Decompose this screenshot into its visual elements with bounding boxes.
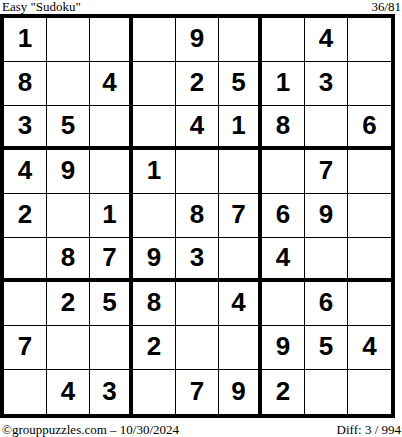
cell-r6c2[interactable]: 8	[47, 238, 90, 282]
cell-r6c7[interactable]: 4	[262, 238, 305, 282]
given-digit: 5	[231, 67, 245, 98]
cell-r6c6[interactable]	[219, 238, 262, 282]
cell-r4c2[interactable]: 9	[47, 150, 90, 194]
cell-r9c5[interactable]: 7	[176, 370, 219, 414]
given-digit: 7	[102, 242, 116, 273]
cell-r5c3[interactable]: 1	[90, 194, 133, 238]
cell-r5c4[interactable]	[133, 194, 176, 238]
cell-r2c6[interactable]: 5	[219, 62, 262, 106]
cell-r2c8[interactable]: 3	[305, 62, 348, 106]
cell-r6c8[interactable]	[305, 238, 348, 282]
given-digit: 3	[319, 67, 333, 98]
cell-r9c6[interactable]: 9	[219, 370, 262, 414]
cell-r9c3[interactable]: 3	[90, 370, 133, 414]
cell-r8c4[interactable]: 2	[133, 326, 176, 370]
cell-r9c2[interactable]: 4	[47, 370, 90, 414]
cell-r2c9[interactable]	[348, 62, 391, 106]
given-digit: 5	[102, 287, 116, 318]
difficulty-label: Diff: 3 / 994	[337, 422, 401, 437]
header: Easy "Sudoku" 36/81	[0, 0, 402, 14]
given-digit: 6	[362, 110, 376, 141]
cell-r8c7[interactable]: 9	[262, 326, 305, 370]
given-digit: 4	[362, 331, 376, 362]
cell-r1c9[interactable]	[348, 18, 391, 62]
given-digit: 7	[231, 199, 245, 230]
cell-r7c3[interactable]: 5	[90, 282, 133, 326]
given-digit: 8	[276, 110, 290, 141]
cell-r1c2[interactable]	[47, 18, 90, 62]
cell-r7c6[interactable]: 4	[219, 282, 262, 326]
cell-r2c4[interactable]	[133, 62, 176, 106]
given-digit: 4	[231, 287, 245, 318]
given-digit: 4	[276, 242, 290, 273]
given-digit: 9	[147, 242, 161, 273]
cell-r5c7[interactable]: 6	[262, 194, 305, 238]
given-digit: 9	[276, 331, 290, 362]
cell-r9c9[interactable]	[348, 370, 391, 414]
given-digit: 5	[319, 331, 333, 362]
given-digit: 8	[18, 67, 32, 98]
cell-r6c3[interactable]: 7	[90, 238, 133, 282]
cell-r3c6[interactable]: 1	[219, 106, 262, 150]
cell-r2c7[interactable]: 1	[262, 62, 305, 106]
given-digit: 2	[276, 376, 290, 407]
cell-r3c2[interactable]: 5	[47, 106, 90, 150]
cell-r1c6[interactable]	[219, 18, 262, 62]
cell-r6c9[interactable]	[348, 238, 391, 282]
cell-r8c2[interactable]	[47, 326, 90, 370]
cell-r9c7[interactable]: 2	[262, 370, 305, 414]
given-digit: 4	[102, 67, 116, 98]
cell-r5c8[interactable]: 9	[305, 194, 348, 238]
given-digit: 1	[147, 155, 161, 186]
cell-r4c4[interactable]: 1	[133, 150, 176, 194]
cell-r2c5[interactable]: 2	[176, 62, 219, 106]
cell-r8c5[interactable]	[176, 326, 219, 370]
cell-r4c9[interactable]	[348, 150, 391, 194]
cell-r4c7[interactable]	[262, 150, 305, 194]
copyright-date: ©grouppuzzles.com – 10/30/2024	[2, 422, 179, 437]
cell-r3c9[interactable]: 6	[348, 106, 391, 150]
cell-r1c8[interactable]: 4	[305, 18, 348, 62]
sudoku-board: 1948425133541864917218769879342584672954…	[0, 14, 395, 418]
given-digit: 3	[18, 110, 32, 141]
cell-r8c9[interactable]: 4	[348, 326, 391, 370]
given-digit: 3	[102, 376, 116, 407]
given-digit: 1	[102, 199, 116, 230]
given-digit: 1	[18, 23, 32, 54]
cell-r7c1[interactable]	[4, 282, 47, 326]
given-digit: 9	[61, 155, 75, 186]
given-digit: 4	[61, 376, 75, 407]
cell-r1c4[interactable]	[133, 18, 176, 62]
given-digit: 8	[190, 199, 204, 230]
cell-r4c6[interactable]	[219, 150, 262, 194]
cell-r1c3[interactable]	[90, 18, 133, 62]
given-digit: 1	[276, 67, 290, 98]
given-digit: 2	[190, 67, 204, 98]
given-digit: 6	[276, 199, 290, 230]
cell-r3c8[interactable]	[305, 106, 348, 150]
given-digit: 8	[61, 242, 75, 273]
cell-r6c5[interactable]: 3	[176, 238, 219, 282]
puzzle-title: Easy "Sudoku"	[2, 0, 81, 14]
given-digit: 5	[61, 110, 75, 141]
cell-r5c2[interactable]	[47, 194, 90, 238]
cell-r3c3[interactable]	[90, 106, 133, 150]
cell-r5c1[interactable]: 2	[4, 194, 47, 238]
given-digit: 4	[18, 155, 32, 186]
given-digit: 9	[190, 23, 204, 54]
given-digit: 3	[190, 242, 204, 273]
cell-r3c4[interactable]	[133, 106, 176, 150]
cell-r3c1[interactable]: 3	[4, 106, 47, 150]
cell-r7c9[interactable]	[348, 282, 391, 326]
given-digit: 4	[190, 110, 204, 141]
cell-r1c7[interactable]	[262, 18, 305, 62]
cell-r7c7[interactable]	[262, 282, 305, 326]
footer: ©grouppuzzles.com – 10/30/2024 Diff: 3 /…	[0, 418, 402, 437]
cell-r8c3[interactable]	[90, 326, 133, 370]
cell-r4c8[interactable]: 7	[305, 150, 348, 194]
given-digit: 2	[147, 331, 161, 362]
cell-r8c1[interactable]: 7	[4, 326, 47, 370]
cell-r3c5[interactable]: 4	[176, 106, 219, 150]
cell-r5c5[interactable]: 8	[176, 194, 219, 238]
cell-r9c1[interactable]	[4, 370, 47, 414]
cell-r5c6[interactable]: 7	[219, 194, 262, 238]
cell-r7c4[interactable]: 8	[133, 282, 176, 326]
cell-r2c1[interactable]: 8	[4, 62, 47, 106]
given-digit: 8	[147, 287, 161, 318]
cell-r8c6[interactable]	[219, 326, 262, 370]
cell-r2c2[interactable]	[47, 62, 90, 106]
sudoku-page: Easy "Sudoku" 36/81 19484251335418649172…	[0, 0, 402, 437]
cell-r9c8[interactable]	[305, 370, 348, 414]
cell-r4c3[interactable]	[90, 150, 133, 194]
cell-r1c5[interactable]: 9	[176, 18, 219, 62]
filled-counter: 36/81	[371, 0, 401, 14]
given-digit: 7	[319, 155, 333, 186]
cell-r5c9[interactable]	[348, 194, 391, 238]
given-digit: 2	[61, 287, 75, 318]
cell-r1c1[interactable]: 1	[4, 18, 47, 62]
cell-r9c4[interactable]	[133, 370, 176, 414]
cell-r6c1[interactable]	[4, 238, 47, 282]
given-digit: 7	[190, 376, 204, 407]
cell-r7c5[interactable]	[176, 282, 219, 326]
cell-r4c1[interactable]: 4	[4, 150, 47, 194]
given-digit: 7	[18, 331, 32, 362]
cell-r8c8[interactable]: 5	[305, 326, 348, 370]
cell-r3c7[interactable]: 8	[262, 106, 305, 150]
given-digit: 1	[231, 110, 245, 141]
cell-r2c3[interactable]: 4	[90, 62, 133, 106]
given-digit: 6	[319, 287, 333, 318]
given-digit: 4	[319, 23, 333, 54]
cell-r4c5[interactable]	[176, 150, 219, 194]
given-digit: 9	[231, 376, 245, 407]
cell-r6c4[interactable]: 9	[133, 238, 176, 282]
given-digit: 2	[18, 199, 32, 230]
cell-r7c8[interactable]: 6	[305, 282, 348, 326]
cell-r7c2[interactable]: 2	[47, 282, 90, 326]
given-digit: 9	[319, 199, 333, 230]
